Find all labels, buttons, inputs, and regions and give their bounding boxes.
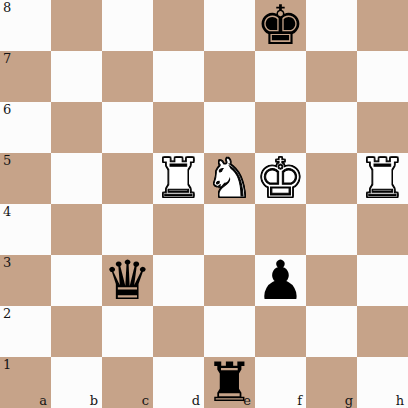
piece-white-knight[interactable]: ♞ <box>204 153 255 204</box>
square-a6[interactable]: 6 <box>0 102 51 153</box>
square-a8[interactable]: 8 <box>0 0 51 51</box>
square-h6[interactable] <box>357 102 408 153</box>
square-f2[interactable] <box>255 306 306 357</box>
rank-label-7: 7 <box>3 51 11 67</box>
square-f6[interactable] <box>255 102 306 153</box>
file-label-c: c <box>142 393 149 408</box>
file-label-d: d <box>192 393 200 408</box>
square-f7[interactable] <box>255 51 306 102</box>
rank-label-8: 8 <box>3 0 11 16</box>
piece-black-rook[interactable]: ♜ <box>204 357 255 408</box>
square-c2[interactable] <box>102 306 153 357</box>
square-d5[interactable]: ♜ <box>153 153 204 204</box>
square-b7[interactable] <box>51 51 102 102</box>
file-label-g: g <box>345 393 353 408</box>
file-label-h: h <box>396 393 404 408</box>
square-b8[interactable] <box>51 0 102 51</box>
square-a1[interactable]: 1a <box>0 357 51 408</box>
square-c5[interactable] <box>102 153 153 204</box>
square-e2[interactable] <box>204 306 255 357</box>
square-g6[interactable] <box>306 102 357 153</box>
square-d6[interactable] <box>153 102 204 153</box>
square-c3[interactable]: ♛ <box>102 255 153 306</box>
piece-black-king[interactable]: ♚ <box>255 0 306 51</box>
square-f3[interactable]: ♟ <box>255 255 306 306</box>
square-g2[interactable] <box>306 306 357 357</box>
square-c6[interactable] <box>102 102 153 153</box>
square-c1[interactable]: c <box>102 357 153 408</box>
rank-label-3: 3 <box>3 255 11 271</box>
piece-black-pawn[interactable]: ♟ <box>255 255 306 306</box>
square-c8[interactable] <box>102 0 153 51</box>
square-h5[interactable]: ♜ <box>357 153 408 204</box>
square-g1[interactable]: g <box>306 357 357 408</box>
square-b6[interactable] <box>51 102 102 153</box>
rank-label-4: 4 <box>3 204 11 220</box>
square-h3[interactable] <box>357 255 408 306</box>
square-g7[interactable] <box>306 51 357 102</box>
square-b4[interactable] <box>51 204 102 255</box>
rank-label-1: 1 <box>3 357 11 373</box>
square-d8[interactable] <box>153 0 204 51</box>
square-e5[interactable]: ♞ <box>204 153 255 204</box>
square-a5[interactable]: 5 <box>0 153 51 204</box>
square-a7[interactable]: 7 <box>0 51 51 102</box>
rank-label-6: 6 <box>3 102 11 118</box>
square-d7[interactable] <box>153 51 204 102</box>
square-g4[interactable] <box>306 204 357 255</box>
square-f5[interactable]: ♚ <box>255 153 306 204</box>
file-label-f: f <box>297 393 302 408</box>
piece-white-rook[interactable]: ♜ <box>357 153 408 204</box>
square-e4[interactable] <box>204 204 255 255</box>
piece-black-queen[interactable]: ♛ <box>102 255 153 306</box>
square-h8[interactable] <box>357 0 408 51</box>
square-e7[interactable] <box>204 51 255 102</box>
square-e8[interactable] <box>204 0 255 51</box>
square-h7[interactable] <box>357 51 408 102</box>
square-g3[interactable] <box>306 255 357 306</box>
square-b5[interactable] <box>51 153 102 204</box>
square-f8[interactable]: ♚ <box>255 0 306 51</box>
square-a4[interactable]: 4 <box>0 204 51 255</box>
square-c7[interactable] <box>102 51 153 102</box>
square-e3[interactable] <box>204 255 255 306</box>
piece-white-rook[interactable]: ♜ <box>153 153 204 204</box>
file-label-b: b <box>90 393 98 408</box>
square-a2[interactable]: 2 <box>0 306 51 357</box>
square-b1[interactable]: b <box>51 357 102 408</box>
square-e6[interactable] <box>204 102 255 153</box>
piece-white-king[interactable]: ♚ <box>255 153 306 204</box>
square-g8[interactable] <box>306 0 357 51</box>
square-h2[interactable] <box>357 306 408 357</box>
square-d4[interactable] <box>153 204 204 255</box>
square-f4[interactable] <box>255 204 306 255</box>
square-g5[interactable] <box>306 153 357 204</box>
square-e1[interactable]: e♜ <box>204 357 255 408</box>
square-c4[interactable] <box>102 204 153 255</box>
square-f1[interactable]: f <box>255 357 306 408</box>
square-d1[interactable]: d <box>153 357 204 408</box>
square-b2[interactable] <box>51 306 102 357</box>
square-h4[interactable] <box>357 204 408 255</box>
square-a3[interactable]: 3 <box>0 255 51 306</box>
square-d3[interactable] <box>153 255 204 306</box>
chess-board-grid: 8♚765♜♞♚♜43♛♟21abcde♜fgh <box>0 0 408 408</box>
square-h1[interactable]: h <box>357 357 408 408</box>
square-b3[interactable] <box>51 255 102 306</box>
chess-board: 8♚765♜♞♚♜43♛♟21abcde♜fgh <box>0 0 408 408</box>
rank-label-2: 2 <box>3 306 11 322</box>
square-d2[interactable] <box>153 306 204 357</box>
file-label-a: a <box>39 393 47 408</box>
rank-label-5: 5 <box>3 153 11 169</box>
